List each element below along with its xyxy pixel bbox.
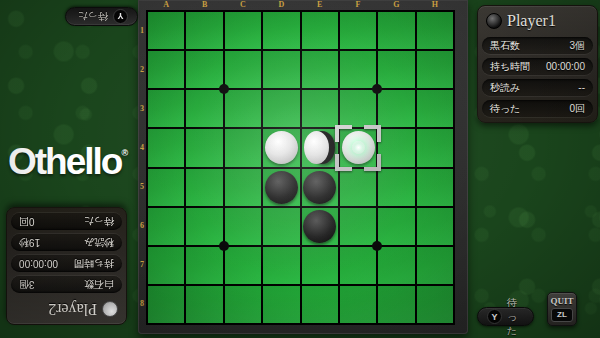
- row-label-7: 7: [138, 260, 146, 270]
- board-cell-F1[interactable]: [340, 12, 376, 49]
- disc-black-E6: [303, 210, 336, 243]
- logo-text: Othello: [8, 141, 121, 182]
- board-cell-F6[interactable]: [340, 208, 376, 245]
- disc-black-E5: [303, 171, 336, 204]
- board-cell-G2[interactable]: [378, 51, 414, 88]
- undo-button-player2[interactable]: Y 待った: [65, 7, 138, 26]
- col-label-D: D: [271, 0, 291, 10]
- row-label-4: 4: [138, 143, 146, 153]
- board-cell-C6[interactable]: [225, 208, 261, 245]
- board-cell-F2[interactable]: [340, 51, 376, 88]
- disc-flipping-E4: [303, 131, 336, 164]
- board-cell-C2[interactable]: [225, 51, 261, 88]
- stat-row-p2-byoyomi: 秒読み 19秒: [11, 234, 122, 251]
- board-cell-E7[interactable]: [302, 247, 338, 284]
- board-cell-B4[interactable]: [186, 129, 222, 166]
- col-label-H: H: [425, 0, 445, 10]
- board-cell-B3[interactable]: [186, 90, 222, 127]
- board-cell-A6[interactable]: [148, 208, 184, 245]
- board-cell-E1[interactable]: [302, 12, 338, 49]
- board-grid: [146, 10, 455, 325]
- stat-value: 19秒: [19, 236, 40, 250]
- board-cell-H3[interactable]: [417, 90, 453, 127]
- board-cell-G7[interactable]: [378, 247, 414, 284]
- stat-value: 0回: [569, 102, 585, 116]
- board-cell-F8[interactable]: [340, 286, 376, 323]
- col-label-G: G: [386, 0, 406, 10]
- board-cell-H2[interactable]: [417, 51, 453, 88]
- board-cell-A2[interactable]: [148, 51, 184, 88]
- row-label-1: 1: [138, 26, 146, 36]
- disc-black-D5: [265, 171, 298, 204]
- col-label-C: C: [233, 0, 253, 10]
- registered-mark: ®: [121, 148, 128, 158]
- board-cell-E8[interactable]: [302, 286, 338, 323]
- board-cell-D2[interactable]: [263, 51, 299, 88]
- board-cell-B5[interactable]: [186, 169, 222, 206]
- quit-label: QUIT: [550, 296, 573, 306]
- player1-name: Player1: [507, 12, 556, 30]
- black-disc-icon: [486, 13, 502, 29]
- stat-label: 待った: [490, 102, 520, 116]
- col-label-E: E: [310, 0, 330, 10]
- white-disc-icon: [102, 301, 118, 317]
- stat-row-white-count: 白石数 3個: [11, 276, 122, 293]
- othello-logo: Othello®: [8, 141, 128, 183]
- stat-value: --: [578, 82, 585, 93]
- stat-value: 00:00:00: [19, 258, 58, 269]
- board-cell-B8[interactable]: [186, 286, 222, 323]
- stat-value: 3個: [569, 39, 585, 53]
- stat-label: 待った: [84, 215, 114, 229]
- board-cell-A4[interactable]: [148, 129, 184, 166]
- stat-label: 白石数: [84, 278, 114, 292]
- player2-name: Player2: [48, 300, 97, 318]
- board-cell-H4[interactable]: [417, 129, 453, 166]
- col-label-A: A: [156, 0, 176, 10]
- undo-label: 待った: [507, 296, 524, 338]
- board-cell-D3[interactable]: [263, 90, 299, 127]
- board-cell-C4[interactable]: [225, 129, 261, 166]
- board-cell-E3[interactable]: [302, 90, 338, 127]
- row-label-2: 2: [138, 65, 146, 75]
- stat-row-black-count: 黒石数 3個: [482, 37, 593, 54]
- game-screen: Othello® ABCDEFGH 12345678 Player1 黒石数 3…: [0, 0, 600, 338]
- board-cell-D6[interactable]: [263, 208, 299, 245]
- undo-label: 待った: [78, 10, 108, 24]
- stat-value: 0回: [19, 215, 35, 229]
- board-cell-G1[interactable]: [378, 12, 414, 49]
- disc-white-F4: [342, 131, 375, 164]
- stat-value: 3個: [19, 278, 35, 292]
- quit-button[interactable]: QUIT ZL: [547, 292, 577, 326]
- zl-keycap-icon: ZL: [551, 308, 573, 322]
- board-cell-D7[interactable]: [263, 247, 299, 284]
- board-cell-B6[interactable]: [186, 208, 222, 245]
- stat-label: 持ち時間: [74, 257, 114, 271]
- stat-row-p1-time: 持ち時間 00:00:00: [482, 58, 593, 75]
- stat-label: 秒読み: [84, 236, 114, 250]
- board-cell-H7[interactable]: [417, 247, 453, 284]
- board-cell-D8[interactable]: [263, 286, 299, 323]
- row-label-3: 3: [138, 104, 146, 114]
- player2-title: Player2: [11, 297, 122, 319]
- board-cell-F3[interactable]: [340, 90, 376, 127]
- board-cell-A5[interactable]: [148, 169, 184, 206]
- col-label-B: B: [195, 0, 215, 10]
- stat-value: 00:00:00: [546, 61, 585, 72]
- board-cell-G6[interactable]: [378, 208, 414, 245]
- stat-row-p1-byoyomi: 秒読み --: [482, 79, 593, 96]
- board-cell-F5[interactable]: [340, 169, 376, 206]
- player1-panel: Player1 黒石数 3個 持ち時間 00:00:00 秒読み -- 待った …: [477, 5, 598, 123]
- stat-row-p1-undo-count: 待った 0回: [482, 100, 593, 117]
- board-cell-C8[interactable]: [225, 286, 261, 323]
- board-cell-H6[interactable]: [417, 208, 453, 245]
- row-label-6: 6: [138, 221, 146, 231]
- player2-panel: Player2 白石数 3個 持ち時間 00:00:00 秒読み 19秒 待った…: [6, 207, 127, 325]
- player1-title: Player1: [482, 11, 593, 33]
- board-cell-H1[interactable]: [417, 12, 453, 49]
- board-cell-H5[interactable]: [417, 169, 453, 206]
- stat-label: 黒石数: [490, 39, 520, 53]
- board-cell-A3[interactable]: [148, 90, 184, 127]
- board-cell-G3[interactable]: [378, 90, 414, 127]
- board-cell-A1[interactable]: [148, 12, 184, 49]
- undo-button-player1[interactable]: Y 待った: [477, 307, 534, 326]
- board-cell-D1[interactable]: [263, 12, 299, 49]
- board-cell-C5[interactable]: [225, 169, 261, 206]
- board-cell-G5[interactable]: [378, 169, 414, 206]
- col-label-F: F: [348, 0, 368, 10]
- row-label-8: 8: [138, 299, 146, 309]
- board-cell-C1[interactable]: [225, 12, 261, 49]
- board-grid-area: [146, 10, 455, 325]
- board-cell-G4[interactable]: [378, 129, 414, 166]
- stat-row-p2-time: 持ち時間 00:00:00: [11, 255, 122, 272]
- stat-label: 持ち時間: [490, 60, 530, 74]
- board-cell-A7[interactable]: [148, 247, 184, 284]
- stat-label: 秒読み: [490, 81, 520, 95]
- y-button-icon: Y: [487, 309, 502, 324]
- board-cell-F7[interactable]: [340, 247, 376, 284]
- stat-row-p2-undo-count: 待った 0回: [11, 213, 122, 230]
- y-button-icon: Y: [113, 9, 128, 24]
- board-cell-B7[interactable]: [186, 247, 222, 284]
- board-cell-A8[interactable]: [148, 286, 184, 323]
- board-cell-G8[interactable]: [378, 286, 414, 323]
- othello-board: ABCDEFGH 12345678: [138, 0, 468, 334]
- board-cell-B2[interactable]: [186, 51, 222, 88]
- board-cell-B1[interactable]: [186, 12, 222, 49]
- board-cell-H8[interactable]: [417, 286, 453, 323]
- board-cell-C7[interactable]: [225, 247, 261, 284]
- board-cell-C3[interactable]: [225, 90, 261, 127]
- board-cell-E2[interactable]: [302, 51, 338, 88]
- row-label-5: 5: [138, 182, 146, 192]
